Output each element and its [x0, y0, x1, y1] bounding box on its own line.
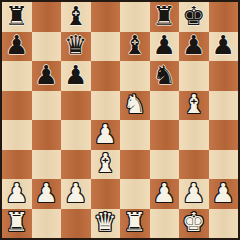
square-b6[interactable]: ♟: [32, 61, 62, 91]
square-c5[interactable]: [61, 91, 91, 121]
square-b2[interactable]: ♟: [32, 179, 62, 209]
square-b3[interactable]: [32, 150, 62, 180]
square-d8[interactable]: [91, 2, 121, 32]
square-h2[interactable]: ♟: [209, 179, 239, 209]
square-b7[interactable]: [32, 32, 62, 62]
piece-black-king: ♚: [182, 3, 205, 29]
square-f6[interactable]: ♞: [150, 61, 180, 91]
square-d7[interactable]: [91, 32, 121, 62]
square-h3[interactable]: [209, 150, 239, 180]
square-f5[interactable]: [150, 91, 180, 121]
square-f3[interactable]: [150, 150, 180, 180]
square-a5[interactable]: [2, 91, 32, 121]
piece-black-pawn: ♟: [5, 32, 28, 58]
square-f2[interactable]: ♟: [150, 179, 180, 209]
square-c4[interactable]: [61, 120, 91, 150]
square-g6[interactable]: [179, 61, 209, 91]
square-e4[interactable]: [120, 120, 150, 150]
piece-black-bishop: ♝: [123, 32, 146, 58]
piece-black-pawn: ♟: [212, 32, 235, 58]
square-c8[interactable]: ♝: [61, 2, 91, 32]
square-g5[interactable]: ♝: [179, 91, 209, 121]
piece-black-pawn: ♟: [35, 62, 58, 88]
square-h5[interactable]: [209, 91, 239, 121]
piece-white-rook: ♜: [123, 209, 146, 235]
square-e1[interactable]: ♜: [120, 209, 150, 239]
square-c6[interactable]: ♟: [61, 61, 91, 91]
square-b4[interactable]: [32, 120, 62, 150]
piece-white-pawn: ♟: [64, 180, 87, 206]
square-f7[interactable]: ♟: [150, 32, 180, 62]
piece-white-bishop: ♝: [94, 150, 117, 176]
square-e3[interactable]: [120, 150, 150, 180]
piece-black-rook: ♜: [153, 3, 176, 29]
square-h6[interactable]: [209, 61, 239, 91]
square-h1[interactable]: [209, 209, 239, 239]
piece-white-bishop: ♝: [182, 91, 205, 117]
square-g1[interactable]: ♚: [179, 209, 209, 239]
piece-white-rook: ♜: [5, 209, 28, 235]
square-b8[interactable]: [32, 2, 62, 32]
square-c7[interactable]: ♛: [61, 32, 91, 62]
square-e7[interactable]: ♝: [120, 32, 150, 62]
square-c2[interactable]: ♟: [61, 179, 91, 209]
square-e2[interactable]: [120, 179, 150, 209]
square-a6[interactable]: [2, 61, 32, 91]
piece-white-pawn: ♟: [153, 180, 176, 206]
square-g8[interactable]: ♚: [179, 2, 209, 32]
square-a3[interactable]: [2, 150, 32, 180]
square-e8[interactable]: [120, 2, 150, 32]
square-f4[interactable]: [150, 120, 180, 150]
square-b1[interactable]: [32, 209, 62, 239]
square-g7[interactable]: ♟: [179, 32, 209, 62]
piece-black-pawn: ♟: [64, 62, 87, 88]
square-g2[interactable]: ♟: [179, 179, 209, 209]
piece-white-pawn: ♟: [182, 180, 205, 206]
square-f8[interactable]: ♜: [150, 2, 180, 32]
piece-white-pawn: ♟: [5, 180, 28, 206]
square-d4[interactable]: ♟: [91, 120, 121, 150]
square-d5[interactable]: [91, 91, 121, 121]
piece-black-knight: ♞: [153, 62, 176, 88]
piece-black-queen: ♛: [64, 32, 87, 58]
square-d1[interactable]: ♛: [91, 209, 121, 239]
square-d2[interactable]: [91, 179, 121, 209]
square-f1[interactable]: [150, 209, 180, 239]
square-a4[interactable]: [2, 120, 32, 150]
piece-white-queen: ♛: [94, 209, 117, 235]
square-c3[interactable]: [61, 150, 91, 180]
square-a7[interactable]: ♟: [2, 32, 32, 62]
square-d3[interactable]: ♝: [91, 150, 121, 180]
piece-black-pawn: ♟: [182, 32, 205, 58]
piece-white-pawn: ♟: [35, 180, 58, 206]
piece-white-knight: ♞: [123, 91, 146, 117]
piece-black-bishop: ♝: [64, 3, 87, 29]
piece-white-king: ♚: [182, 209, 205, 235]
square-g3[interactable]: [179, 150, 209, 180]
square-a1[interactable]: ♜: [2, 209, 32, 239]
square-h7[interactable]: ♟: [209, 32, 239, 62]
square-b5[interactable]: [32, 91, 62, 121]
square-e6[interactable]: [120, 61, 150, 91]
square-h8[interactable]: [209, 2, 239, 32]
square-h4[interactable]: [209, 120, 239, 150]
square-a8[interactable]: ♜: [2, 2, 32, 32]
square-g4[interactable]: [179, 120, 209, 150]
chess-board-frame: ♜♝♜♚♟♛♝♟♟♟♟♟♞♞♝♟♝♟♟♟♟♟♟♜♛♜♚: [0, 0, 240, 240]
square-e5[interactable]: ♞: [120, 91, 150, 121]
square-a2[interactable]: ♟: [2, 179, 32, 209]
piece-black-pawn: ♟: [153, 32, 176, 58]
square-d6[interactable]: [91, 61, 121, 91]
piece-white-pawn: ♟: [212, 180, 235, 206]
piece-white-pawn: ♟: [94, 121, 117, 147]
chess-board: ♜♝♜♚♟♛♝♟♟♟♟♟♞♞♝♟♝♟♟♟♟♟♟♜♛♜♚: [2, 2, 238, 238]
piece-black-rook: ♜: [5, 3, 28, 29]
square-c1[interactable]: [61, 209, 91, 239]
